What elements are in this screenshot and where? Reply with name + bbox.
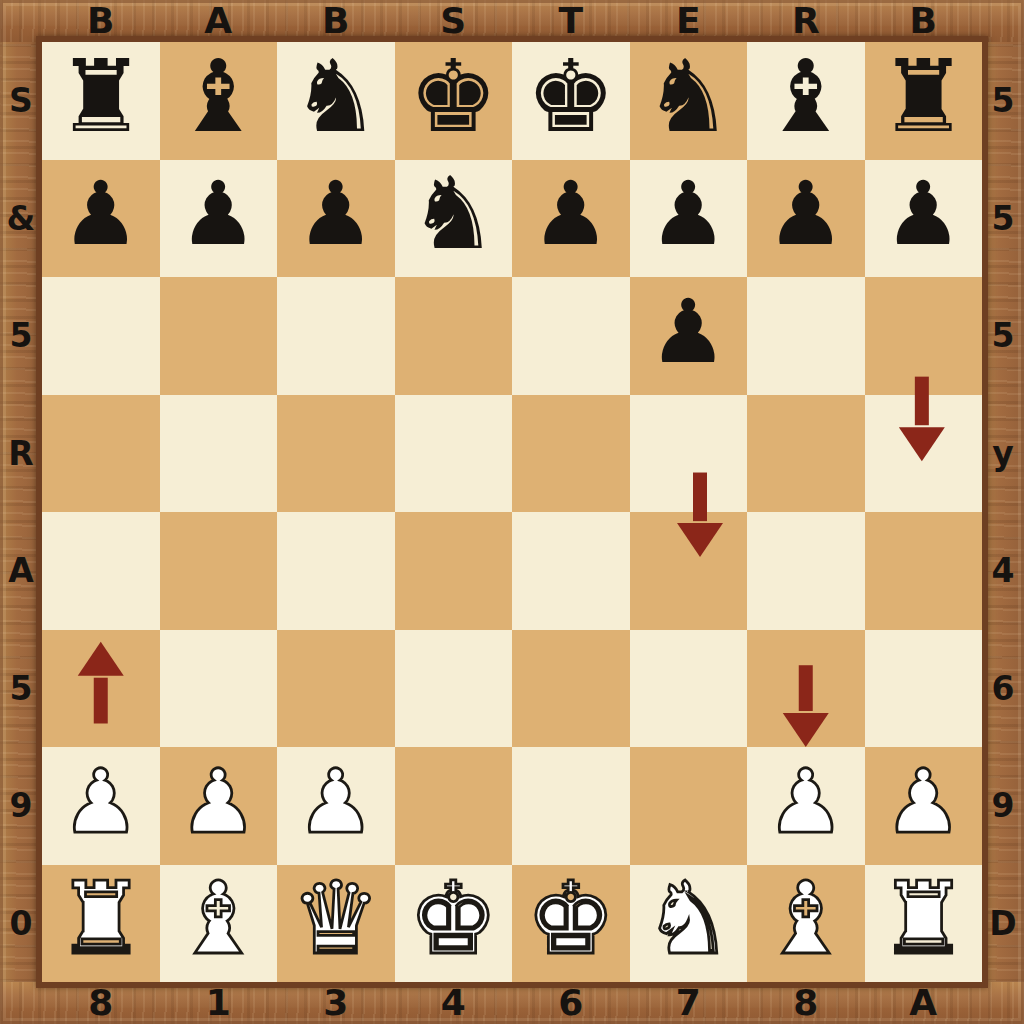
square-b1[interactable]: ♝ xyxy=(160,865,278,983)
square-f6[interactable]: ♟ xyxy=(630,277,748,395)
piece-black-pawn[interactable]: ♟ xyxy=(884,170,963,258)
piece-white-pawn[interactable]: ♟ xyxy=(884,758,963,846)
square-g5[interactable] xyxy=(747,395,865,513)
square-f1[interactable]: ♞ xyxy=(630,865,748,983)
square-b3[interactable] xyxy=(160,630,278,748)
square-a1[interactable]: ♜ xyxy=(42,865,160,983)
piece-white-rook[interactable]: ♜ xyxy=(56,869,146,969)
piece-white-knight[interactable]: ♞ xyxy=(643,869,733,969)
square-c5[interactable] xyxy=(277,395,395,513)
square-f5[interactable] xyxy=(630,395,748,513)
square-h4[interactable] xyxy=(865,512,983,630)
square-b5[interactable] xyxy=(160,395,278,513)
square-h3[interactable] xyxy=(865,630,983,748)
square-b6[interactable] xyxy=(160,277,278,395)
square-e4[interactable] xyxy=(512,512,630,630)
square-f3[interactable] xyxy=(630,630,748,748)
piece-white-pawn[interactable]: ♟ xyxy=(61,758,140,846)
square-h6[interactable] xyxy=(865,277,983,395)
square-g3[interactable] xyxy=(747,630,865,748)
square-b4[interactable] xyxy=(160,512,278,630)
square-h1[interactable]: ♜ xyxy=(865,865,983,983)
piece-black-pawn[interactable]: ♟ xyxy=(766,170,845,258)
square-c2[interactable]: ♟ xyxy=(277,747,395,865)
piece-black-rook[interactable]: ♜ xyxy=(878,47,968,147)
square-a7[interactable]: ♟ xyxy=(42,160,160,278)
square-b7[interactable]: ♟ xyxy=(160,160,278,278)
square-g1[interactable]: ♝ xyxy=(747,865,865,983)
piece-black-pawn[interactable]: ♟ xyxy=(61,170,140,258)
square-c8[interactable]: ♞ xyxy=(277,42,395,160)
piece-black-bishop[interactable]: ♝ xyxy=(173,47,263,147)
square-g2[interactable]: ♟ xyxy=(747,747,865,865)
piece-black-knight[interactable]: ♞ xyxy=(291,47,381,147)
piece-black-bishop[interactable]: ♝ xyxy=(761,47,851,147)
square-c7[interactable]: ♟ xyxy=(277,160,395,278)
square-d4[interactable] xyxy=(395,512,513,630)
square-g6[interactable] xyxy=(747,277,865,395)
square-g7[interactable]: ♟ xyxy=(747,160,865,278)
square-d7[interactable]: ♞ xyxy=(395,160,513,278)
square-d5[interactable] xyxy=(395,395,513,513)
frame-right xyxy=(982,42,1024,982)
chess-board: ♜♝♞♚♚♞♝♜♟♟♟♞♟♟♟♟♟♟♟♟♟♟♜♝♛♚♚♞♝♜ xyxy=(42,42,982,982)
piece-white-pawn[interactable]: ♟ xyxy=(296,758,375,846)
square-g4[interactable] xyxy=(747,512,865,630)
piece-white-bishop[interactable]: ♝ xyxy=(173,869,263,969)
square-a8[interactable]: ♜ xyxy=(42,42,160,160)
square-f7[interactable]: ♟ xyxy=(630,160,748,278)
square-a5[interactable] xyxy=(42,395,160,513)
piece-black-knight[interactable]: ♞ xyxy=(643,47,733,147)
square-e1[interactable]: ♚ xyxy=(512,865,630,983)
square-f2[interactable] xyxy=(630,747,748,865)
square-f4[interactable] xyxy=(630,512,748,630)
square-e5[interactable] xyxy=(512,395,630,513)
square-c4[interactable] xyxy=(277,512,395,630)
piece-white-king[interactable]: ♚ xyxy=(526,869,616,969)
square-d2[interactable] xyxy=(395,747,513,865)
square-d3[interactable] xyxy=(395,630,513,748)
frame-bottom xyxy=(0,982,1024,1024)
square-f8[interactable]: ♞ xyxy=(630,42,748,160)
square-h5[interactable] xyxy=(865,395,983,513)
square-c3[interactable] xyxy=(277,630,395,748)
piece-white-queen[interactable]: ♛ xyxy=(291,869,381,969)
chessboard-diagram: BABSTERB 8134678A S&5RA590 555y469D ♜♝♞♚… xyxy=(0,0,1024,1024)
square-h2[interactable]: ♟ xyxy=(865,747,983,865)
square-a3[interactable] xyxy=(42,630,160,748)
piece-white-pawn[interactable]: ♟ xyxy=(766,758,845,846)
square-e6[interactable] xyxy=(512,277,630,395)
square-g8[interactable]: ♝ xyxy=(747,42,865,160)
piece-white-pawn[interactable]: ♟ xyxy=(179,758,258,846)
piece-black-pawn[interactable]: ♟ xyxy=(179,170,258,258)
square-d1[interactable]: ♚ xyxy=(395,865,513,983)
piece-black-knight[interactable]: ♞ xyxy=(408,164,498,264)
square-e7[interactable]: ♟ xyxy=(512,160,630,278)
piece-black-pawn[interactable]: ♟ xyxy=(649,170,728,258)
piece-black-pawn[interactable]: ♟ xyxy=(296,170,375,258)
piece-black-pawn[interactable]: ♟ xyxy=(531,170,610,258)
board-bevel: ♜♝♞♚♚♞♝♜♟♟♟♞♟♟♟♟♟♟♟♟♟♟♜♝♛♚♚♞♝♜ xyxy=(36,36,988,988)
square-a2[interactable]: ♟ xyxy=(42,747,160,865)
square-b8[interactable]: ♝ xyxy=(160,42,278,160)
square-d8[interactable]: ♚ xyxy=(395,42,513,160)
square-a4[interactable] xyxy=(42,512,160,630)
piece-black-king[interactable]: ♚ xyxy=(408,47,498,147)
square-e2[interactable] xyxy=(512,747,630,865)
piece-white-rook[interactable]: ♜ xyxy=(878,869,968,969)
square-c1[interactable]: ♛ xyxy=(277,865,395,983)
square-d6[interactable] xyxy=(395,277,513,395)
piece-black-king[interactable]: ♚ xyxy=(526,47,616,147)
square-h7[interactable]: ♟ xyxy=(865,160,983,278)
square-e3[interactable] xyxy=(512,630,630,748)
piece-black-rook[interactable]: ♜ xyxy=(56,47,146,147)
square-e8[interactable]: ♚ xyxy=(512,42,630,160)
square-b2[interactable]: ♟ xyxy=(160,747,278,865)
piece-white-bishop[interactable]: ♝ xyxy=(761,869,851,969)
square-c6[interactable] xyxy=(277,277,395,395)
square-a6[interactable] xyxy=(42,277,160,395)
piece-black-pawn[interactable]: ♟ xyxy=(649,288,728,376)
square-h8[interactable]: ♜ xyxy=(865,42,983,160)
piece-white-king[interactable]: ♚ xyxy=(408,869,498,969)
